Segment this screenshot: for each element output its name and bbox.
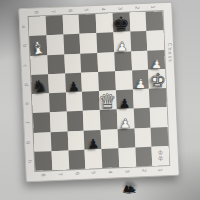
board-logo-emblem: ♔♔ (158, 151, 164, 161)
board-square (48, 73, 66, 93)
coordinate-label: a (21, 25, 26, 28)
board-square (65, 92, 83, 112)
board-square (130, 31, 148, 51)
board-square (101, 148, 119, 168)
board-square (68, 149, 86, 169)
board-square (115, 70, 133, 90)
piece-white-pawn: ♟ (135, 77, 147, 90)
board-square (146, 11, 164, 31)
board-square (147, 30, 165, 50)
coordinate-label: b (22, 44, 27, 47)
coordinate-label: 3 (117, 7, 122, 10)
coordinate-label: 6 (74, 172, 79, 175)
piece-white-queen: ♛ (99, 91, 118, 112)
board-square (96, 33, 114, 53)
board-square (134, 127, 152, 147)
board-square (66, 111, 84, 131)
piece-black-king: ♚ (113, 15, 130, 34)
board-square (117, 128, 135, 148)
board-square (101, 129, 119, 149)
coordinate-label: 8 (33, 10, 38, 13)
coordinate-label: 2 (134, 6, 139, 9)
board-square (67, 130, 85, 150)
board-square (29, 16, 47, 36)
coordinate-label: g (26, 140, 31, 143)
fallen-captured-piece: ♞ (119, 180, 140, 200)
board-square (150, 107, 168, 127)
board-square (35, 151, 53, 171)
board-square (118, 147, 136, 167)
piece-white-pawn: ♟ (120, 116, 132, 129)
coordinate-label: d (24, 83, 29, 86)
board-brand-text: Chess (167, 43, 174, 63)
piece-black-knight: ♞ (31, 77, 48, 96)
board-square (82, 91, 100, 111)
coordinate-label: 1 (158, 168, 163, 171)
coordinate-label: 5 (84, 8, 89, 11)
chess-board: ♔♔♚♝♟♟♞♟♟♚♛♟♟♟ Chess 8765432187654321abc… (18, 2, 179, 183)
board-square (46, 35, 64, 55)
board-square (80, 33, 98, 53)
coordinate-label: 7 (57, 173, 62, 176)
coordinate-label: c (23, 64, 28, 67)
board-square (51, 150, 69, 170)
photo-background: ♔♔♚♝♟♟♞♟♟♚♛♟♟♟ Chess 8765432187654321abc… (0, 0, 200, 200)
coordinate-label: f (25, 122, 30, 124)
coordinate-label: 1 (151, 5, 156, 8)
board-square (34, 132, 52, 152)
coordinate-label: 4 (108, 170, 113, 173)
board-square (49, 92, 67, 112)
piece-white-king: ♚ (148, 71, 166, 91)
coordinate-label: 8 (41, 173, 46, 176)
board-square (151, 127, 169, 147)
board-square (131, 50, 149, 70)
piece-black-pawn: ♟ (87, 137, 99, 151)
board-square (98, 71, 116, 91)
piece-black-pawn: ♟ (119, 97, 131, 110)
board-square (133, 108, 151, 128)
board-square (132, 89, 150, 109)
board-square (96, 13, 114, 33)
board-square (63, 34, 81, 54)
board-square (129, 12, 147, 32)
board-square (97, 52, 115, 72)
board-square (64, 53, 82, 73)
coordinate-label: 4 (100, 8, 105, 11)
piece-white-pawn: ♟ (116, 39, 128, 52)
board-square (50, 131, 68, 151)
piece-white-bishop: ♝ (30, 38, 47, 57)
coordinate-label: 5 (91, 171, 96, 174)
piece-black-pawn: ♟ (67, 80, 80, 94)
board-square (50, 112, 68, 132)
board-square (135, 147, 153, 167)
board-square (81, 72, 99, 92)
coordinate-label: h (27, 160, 32, 163)
board-square (33, 112, 51, 132)
coordinate-label: 7 (50, 10, 55, 13)
board-square (114, 51, 132, 71)
board-square (62, 15, 80, 35)
coordinate-label: 2 (141, 169, 146, 172)
crown-icon: ♔ (158, 156, 164, 161)
board-square (45, 16, 63, 36)
board-square (81, 53, 99, 73)
coordinate-label: e (24, 102, 29, 105)
board-grid: ♔♔♚♝♟♟♞♟♟♚♛♟♟♟ (29, 11, 170, 171)
coordinate-label: 6 (67, 9, 72, 12)
board-square (79, 14, 97, 34)
board-square (47, 54, 65, 74)
coordinate-label: 3 (124, 170, 129, 173)
